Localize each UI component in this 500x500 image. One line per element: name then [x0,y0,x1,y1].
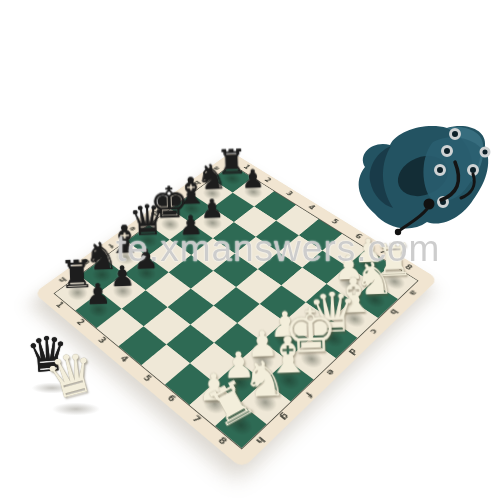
bag-cord-bead [424,199,435,210]
spare-piece-white-queen: ♛ [40,342,103,409]
product-image: te.xmanswers.com ♜♟♟♜♞♟♞♝♟♝♚♟♛♛♟♚♝♟♟♝♞♟♟… [0,0,500,500]
watermark-text: te.xmanswers.com [116,228,440,270]
drawstring-bag [335,112,500,247]
